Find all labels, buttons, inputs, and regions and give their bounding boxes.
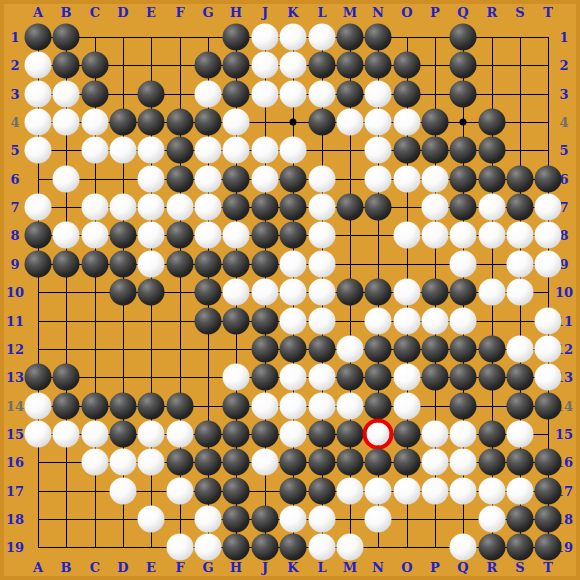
intersection-L9[interactable] — [308, 250, 336, 278]
intersection-D2[interactable] — [109, 51, 137, 79]
intersection-N10[interactable] — [364, 278, 392, 306]
intersection-L7[interactable] — [308, 193, 336, 221]
intersection-J18[interactable] — [251, 505, 279, 533]
intersection-C18[interactable] — [81, 505, 109, 533]
intersection-N13[interactable] — [364, 363, 392, 391]
intersection-H14[interactable] — [222, 392, 250, 420]
intersection-R11[interactable] — [478, 307, 506, 335]
intersection-O16[interactable] — [393, 448, 421, 476]
intersection-E16[interactable] — [137, 448, 165, 476]
intersection-T14[interactable] — [534, 392, 562, 420]
intersection-S12[interactable] — [506, 335, 534, 363]
intersection-Q16[interactable] — [449, 448, 477, 476]
intersection-F11[interactable] — [166, 307, 194, 335]
intersection-M8[interactable] — [336, 221, 364, 249]
intersection-A7[interactable] — [24, 193, 52, 221]
intersection-D13[interactable] — [109, 363, 137, 391]
intersection-E5[interactable] — [137, 136, 165, 164]
intersection-J15[interactable] — [251, 420, 279, 448]
intersection-B16[interactable] — [52, 448, 80, 476]
intersection-P16[interactable] — [421, 448, 449, 476]
intersection-E1[interactable] — [137, 23, 165, 51]
intersection-N3[interactable] — [364, 80, 392, 108]
intersection-E17[interactable] — [137, 477, 165, 505]
intersection-K17[interactable] — [279, 477, 307, 505]
intersection-A13[interactable] — [24, 363, 52, 391]
intersection-F1[interactable] — [166, 23, 194, 51]
intersection-G5[interactable] — [194, 136, 222, 164]
intersection-K15[interactable] — [279, 420, 307, 448]
intersection-T2[interactable] — [534, 51, 562, 79]
intersection-P5[interactable] — [421, 136, 449, 164]
intersection-L19[interactable] — [308, 533, 336, 561]
intersection-P8[interactable] — [421, 221, 449, 249]
intersection-N17[interactable] — [364, 477, 392, 505]
intersection-S5[interactable] — [506, 136, 534, 164]
intersection-P19[interactable] — [421, 533, 449, 561]
intersection-J7[interactable] — [251, 193, 279, 221]
intersection-C3[interactable] — [81, 80, 109, 108]
intersection-Q4[interactable] — [449, 108, 477, 136]
intersection-D4[interactable] — [109, 108, 137, 136]
intersection-E11[interactable] — [137, 307, 165, 335]
intersection-E3[interactable] — [137, 80, 165, 108]
intersection-S15[interactable] — [506, 420, 534, 448]
intersection-E19[interactable] — [137, 533, 165, 561]
intersection-B9[interactable] — [52, 250, 80, 278]
intersection-O14[interactable] — [393, 392, 421, 420]
intersection-A2[interactable] — [24, 51, 52, 79]
intersection-Q19[interactable] — [449, 533, 477, 561]
intersection-R3[interactable] — [478, 80, 506, 108]
intersection-B13[interactable] — [52, 363, 80, 391]
intersection-L17[interactable] — [308, 477, 336, 505]
intersection-F14[interactable] — [166, 392, 194, 420]
intersection-H19[interactable] — [222, 533, 250, 561]
intersection-M14[interactable] — [336, 392, 364, 420]
intersection-C6[interactable] — [81, 165, 109, 193]
intersection-R8[interactable] — [478, 221, 506, 249]
intersection-L2[interactable] — [308, 51, 336, 79]
intersection-B15[interactable] — [52, 420, 80, 448]
intersection-S10[interactable] — [506, 278, 534, 306]
intersection-M17[interactable] — [336, 477, 364, 505]
intersection-K7[interactable] — [279, 193, 307, 221]
intersection-K6[interactable] — [279, 165, 307, 193]
intersection-A18[interactable] — [24, 505, 52, 533]
intersection-C2[interactable] — [81, 51, 109, 79]
intersection-E10[interactable] — [137, 278, 165, 306]
intersection-H10[interactable] — [222, 278, 250, 306]
intersection-B5[interactable] — [52, 136, 80, 164]
intersection-A6[interactable] — [24, 165, 52, 193]
intersection-R6[interactable] — [478, 165, 506, 193]
intersection-A17[interactable] — [24, 477, 52, 505]
intersection-H16[interactable] — [222, 448, 250, 476]
intersection-J2[interactable] — [251, 51, 279, 79]
intersection-C8[interactable] — [81, 221, 109, 249]
intersection-M4[interactable] — [336, 108, 364, 136]
intersection-T3[interactable] — [534, 80, 562, 108]
intersection-F9[interactable] — [166, 250, 194, 278]
intersection-E15[interactable] — [137, 420, 165, 448]
intersection-P6[interactable] — [421, 165, 449, 193]
intersection-C1[interactable] — [81, 23, 109, 51]
intersection-Q2[interactable] — [449, 51, 477, 79]
intersection-Q10[interactable] — [449, 278, 477, 306]
intersection-T1[interactable] — [534, 23, 562, 51]
intersection-C10[interactable] — [81, 278, 109, 306]
intersection-T13[interactable] — [534, 363, 562, 391]
intersection-E2[interactable] — [137, 51, 165, 79]
intersection-M12[interactable] — [336, 335, 364, 363]
intersection-R18[interactable] — [478, 505, 506, 533]
intersection-N8[interactable] — [364, 221, 392, 249]
intersection-T5[interactable] — [534, 136, 562, 164]
intersection-N18[interactable] — [364, 505, 392, 533]
intersection-S2[interactable] — [506, 51, 534, 79]
intersection-R5[interactable] — [478, 136, 506, 164]
intersection-S6[interactable] — [506, 165, 534, 193]
intersection-M9[interactable] — [336, 250, 364, 278]
intersection-M2[interactable] — [336, 51, 364, 79]
intersection-Q18[interactable] — [449, 505, 477, 533]
intersection-N15[interactable] — [364, 420, 392, 448]
intersection-B1[interactable] — [52, 23, 80, 51]
intersection-Q7[interactable] — [449, 193, 477, 221]
intersection-H5[interactable] — [222, 136, 250, 164]
intersection-J9[interactable] — [251, 250, 279, 278]
intersection-C12[interactable] — [81, 335, 109, 363]
intersection-Q8[interactable] — [449, 221, 477, 249]
intersection-N14[interactable] — [364, 392, 392, 420]
intersection-F16[interactable] — [166, 448, 194, 476]
intersection-D19[interactable] — [109, 533, 137, 561]
intersection-S8[interactable] — [506, 221, 534, 249]
intersection-N7[interactable] — [364, 193, 392, 221]
intersection-O18[interactable] — [393, 505, 421, 533]
intersection-Q1[interactable] — [449, 23, 477, 51]
intersection-N19[interactable] — [364, 533, 392, 561]
intersection-C13[interactable] — [81, 363, 109, 391]
intersection-F6[interactable] — [166, 165, 194, 193]
intersection-E8[interactable] — [137, 221, 165, 249]
intersection-O2[interactable] — [393, 51, 421, 79]
intersection-L16[interactable] — [308, 448, 336, 476]
intersection-G13[interactable] — [194, 363, 222, 391]
intersection-B17[interactable] — [52, 477, 80, 505]
intersection-H13[interactable] — [222, 363, 250, 391]
intersection-K18[interactable] — [279, 505, 307, 533]
intersection-P7[interactable] — [421, 193, 449, 221]
intersection-G10[interactable] — [194, 278, 222, 306]
intersection-G19[interactable] — [194, 533, 222, 561]
intersection-R13[interactable] — [478, 363, 506, 391]
intersection-T12[interactable] — [534, 335, 562, 363]
intersection-A1[interactable] — [24, 23, 52, 51]
intersection-O8[interactable] — [393, 221, 421, 249]
intersection-J19[interactable] — [251, 533, 279, 561]
intersection-B19[interactable] — [52, 533, 80, 561]
intersection-A12[interactable] — [24, 335, 52, 363]
intersection-D1[interactable] — [109, 23, 137, 51]
intersection-A10[interactable] — [24, 278, 52, 306]
intersection-B4[interactable] — [52, 108, 80, 136]
intersection-D9[interactable] — [109, 250, 137, 278]
intersection-M10[interactable] — [336, 278, 364, 306]
intersection-J12[interactable] — [251, 335, 279, 363]
intersection-R10[interactable] — [478, 278, 506, 306]
intersection-O3[interactable] — [393, 80, 421, 108]
intersection-P4[interactable] — [421, 108, 449, 136]
intersection-Q17[interactable] — [449, 477, 477, 505]
intersection-A16[interactable] — [24, 448, 52, 476]
intersection-D12[interactable] — [109, 335, 137, 363]
intersection-E13[interactable] — [137, 363, 165, 391]
intersection-C11[interactable] — [81, 307, 109, 335]
intersection-P9[interactable] — [421, 250, 449, 278]
intersection-S19[interactable] — [506, 533, 534, 561]
intersection-Q11[interactable] — [449, 307, 477, 335]
intersection-L11[interactable] — [308, 307, 336, 335]
intersection-D7[interactable] — [109, 193, 137, 221]
intersection-T6[interactable] — [534, 165, 562, 193]
intersection-Q14[interactable] — [449, 392, 477, 420]
intersection-G2[interactable] — [194, 51, 222, 79]
intersection-D11[interactable] — [109, 307, 137, 335]
intersection-J14[interactable] — [251, 392, 279, 420]
intersection-C9[interactable] — [81, 250, 109, 278]
intersection-P11[interactable] — [421, 307, 449, 335]
intersection-D15[interactable] — [109, 420, 137, 448]
intersection-P13[interactable] — [421, 363, 449, 391]
intersection-C16[interactable] — [81, 448, 109, 476]
intersection-Q12[interactable] — [449, 335, 477, 363]
intersection-H6[interactable] — [222, 165, 250, 193]
intersection-N6[interactable] — [364, 165, 392, 193]
intersection-M16[interactable] — [336, 448, 364, 476]
intersection-S4[interactable] — [506, 108, 534, 136]
intersection-O9[interactable] — [393, 250, 421, 278]
intersection-Q13[interactable] — [449, 363, 477, 391]
intersection-J5[interactable] — [251, 136, 279, 164]
intersection-T10[interactable] — [534, 278, 562, 306]
intersection-C14[interactable] — [81, 392, 109, 420]
intersection-R9[interactable] — [478, 250, 506, 278]
intersection-C7[interactable] — [81, 193, 109, 221]
intersection-R16[interactable] — [478, 448, 506, 476]
intersection-H18[interactable] — [222, 505, 250, 533]
intersection-T17[interactable] — [534, 477, 562, 505]
intersection-G6[interactable] — [194, 165, 222, 193]
intersection-P17[interactable] — [421, 477, 449, 505]
intersection-Q6[interactable] — [449, 165, 477, 193]
intersection-F12[interactable] — [166, 335, 194, 363]
intersection-G15[interactable] — [194, 420, 222, 448]
intersection-A19[interactable] — [24, 533, 52, 561]
intersection-H12[interactable] — [222, 335, 250, 363]
intersection-O10[interactable] — [393, 278, 421, 306]
intersection-G17[interactable] — [194, 477, 222, 505]
intersection-D10[interactable] — [109, 278, 137, 306]
intersection-P18[interactable] — [421, 505, 449, 533]
intersection-J13[interactable] — [251, 363, 279, 391]
intersection-F13[interactable] — [166, 363, 194, 391]
intersection-M5[interactable] — [336, 136, 364, 164]
intersection-S14[interactable] — [506, 392, 534, 420]
intersection-B7[interactable] — [52, 193, 80, 221]
intersection-C4[interactable] — [81, 108, 109, 136]
intersection-K11[interactable] — [279, 307, 307, 335]
intersection-F19[interactable] — [166, 533, 194, 561]
intersection-E14[interactable] — [137, 392, 165, 420]
intersection-L18[interactable] — [308, 505, 336, 533]
intersection-T18[interactable] — [534, 505, 562, 533]
intersection-J4[interactable] — [251, 108, 279, 136]
intersection-B11[interactable] — [52, 307, 80, 335]
intersection-F15[interactable] — [166, 420, 194, 448]
intersection-T9[interactable] — [534, 250, 562, 278]
intersection-L5[interactable] — [308, 136, 336, 164]
intersection-A11[interactable] — [24, 307, 52, 335]
intersection-L6[interactable] — [308, 165, 336, 193]
intersection-H4[interactable] — [222, 108, 250, 136]
intersection-N4[interactable] — [364, 108, 392, 136]
intersection-H11[interactable] — [222, 307, 250, 335]
intersection-F8[interactable] — [166, 221, 194, 249]
intersection-A14[interactable] — [24, 392, 52, 420]
intersection-D8[interactable] — [109, 221, 137, 249]
intersection-M19[interactable] — [336, 533, 364, 561]
intersection-M3[interactable] — [336, 80, 364, 108]
intersection-C19[interactable] — [81, 533, 109, 561]
intersection-M15[interactable] — [336, 420, 364, 448]
intersection-M1[interactable] — [336, 23, 364, 51]
intersection-O5[interactable] — [393, 136, 421, 164]
intersection-S16[interactable] — [506, 448, 534, 476]
intersection-D3[interactable] — [109, 80, 137, 108]
intersection-K9[interactable] — [279, 250, 307, 278]
intersection-T4[interactable] — [534, 108, 562, 136]
intersection-L4[interactable] — [308, 108, 336, 136]
intersection-M6[interactable] — [336, 165, 364, 193]
intersection-K19[interactable] — [279, 533, 307, 561]
intersection-S3[interactable] — [506, 80, 534, 108]
intersection-L1[interactable] — [308, 23, 336, 51]
intersection-L13[interactable] — [308, 363, 336, 391]
intersection-A4[interactable] — [24, 108, 52, 136]
intersection-K14[interactable] — [279, 392, 307, 420]
intersection-E6[interactable] — [137, 165, 165, 193]
intersection-H7[interactable] — [222, 193, 250, 221]
intersection-P12[interactable] — [421, 335, 449, 363]
intersection-J1[interactable] — [251, 23, 279, 51]
intersection-G7[interactable] — [194, 193, 222, 221]
intersection-M18[interactable] — [336, 505, 364, 533]
intersection-F17[interactable] — [166, 477, 194, 505]
intersection-H3[interactable] — [222, 80, 250, 108]
intersection-R7[interactable] — [478, 193, 506, 221]
intersection-J3[interactable] — [251, 80, 279, 108]
intersection-B14[interactable] — [52, 392, 80, 420]
intersection-P10[interactable] — [421, 278, 449, 306]
intersection-G11[interactable] — [194, 307, 222, 335]
intersection-L10[interactable] — [308, 278, 336, 306]
intersection-K5[interactable] — [279, 136, 307, 164]
intersection-S7[interactable] — [506, 193, 534, 221]
intersection-G3[interactable] — [194, 80, 222, 108]
intersection-H8[interactable] — [222, 221, 250, 249]
intersection-L3[interactable] — [308, 80, 336, 108]
intersection-E4[interactable] — [137, 108, 165, 136]
intersection-J11[interactable] — [251, 307, 279, 335]
intersection-B6[interactable] — [52, 165, 80, 193]
intersection-P15[interactable] — [421, 420, 449, 448]
intersection-C17[interactable] — [81, 477, 109, 505]
intersection-E9[interactable] — [137, 250, 165, 278]
intersection-S11[interactable] — [506, 307, 534, 335]
intersection-R17[interactable] — [478, 477, 506, 505]
intersection-A9[interactable] — [24, 250, 52, 278]
intersection-S18[interactable] — [506, 505, 534, 533]
intersection-H17[interactable] — [222, 477, 250, 505]
intersection-Q5[interactable] — [449, 136, 477, 164]
intersection-K16[interactable] — [279, 448, 307, 476]
intersection-R12[interactable] — [478, 335, 506, 363]
intersection-S1[interactable] — [506, 23, 534, 51]
intersection-E7[interactable] — [137, 193, 165, 221]
intersection-N1[interactable] — [364, 23, 392, 51]
intersection-N12[interactable] — [364, 335, 392, 363]
intersection-N11[interactable] — [364, 307, 392, 335]
intersection-K12[interactable] — [279, 335, 307, 363]
intersection-P3[interactable] — [421, 80, 449, 108]
intersection-H1[interactable] — [222, 23, 250, 51]
intersection-D14[interactable] — [109, 392, 137, 420]
intersection-R2[interactable] — [478, 51, 506, 79]
intersection-J10[interactable] — [251, 278, 279, 306]
intersection-N16[interactable] — [364, 448, 392, 476]
intersection-N5[interactable] — [364, 136, 392, 164]
intersection-F2[interactable] — [166, 51, 194, 79]
intersection-A5[interactable] — [24, 136, 52, 164]
intersection-G4[interactable] — [194, 108, 222, 136]
intersection-F3[interactable] — [166, 80, 194, 108]
intersection-J16[interactable] — [251, 448, 279, 476]
intersection-L8[interactable] — [308, 221, 336, 249]
intersection-G12[interactable] — [194, 335, 222, 363]
intersection-O1[interactable] — [393, 23, 421, 51]
intersection-O7[interactable] — [393, 193, 421, 221]
intersection-S9[interactable] — [506, 250, 534, 278]
intersection-C15[interactable] — [81, 420, 109, 448]
intersection-Q15[interactable] — [449, 420, 477, 448]
intersection-H2[interactable] — [222, 51, 250, 79]
intersection-Q3[interactable] — [449, 80, 477, 108]
intersection-C5[interactable] — [81, 136, 109, 164]
intersection-D6[interactable] — [109, 165, 137, 193]
intersection-B12[interactable] — [52, 335, 80, 363]
intersection-O19[interactable] — [393, 533, 421, 561]
intersection-S17[interactable] — [506, 477, 534, 505]
intersection-H9[interactable] — [222, 250, 250, 278]
intersection-O15[interactable] — [393, 420, 421, 448]
intersection-G9[interactable] — [194, 250, 222, 278]
intersection-H15[interactable] — [222, 420, 250, 448]
intersection-J6[interactable] — [251, 165, 279, 193]
intersection-T11[interactable] — [534, 307, 562, 335]
intersection-P2[interactable] — [421, 51, 449, 79]
